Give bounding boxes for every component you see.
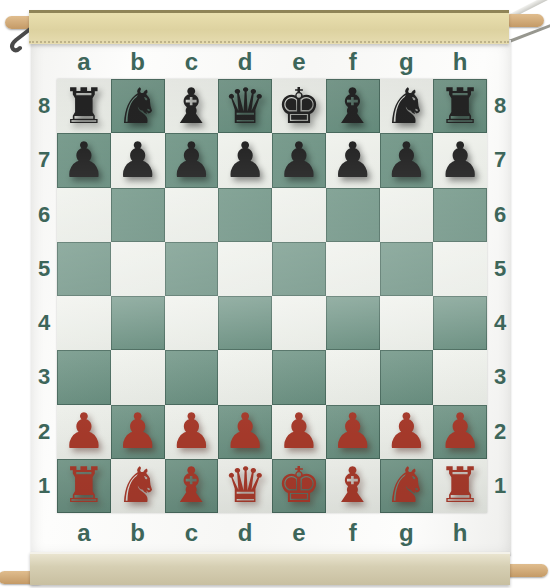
pawn-glyph: ♟ xyxy=(384,136,428,185)
square-c1[interactable]: ♝ xyxy=(165,459,219,513)
rank-label-3: 3 xyxy=(31,350,57,404)
rook-glyph: ♜ xyxy=(62,82,106,131)
rank-label-1: 1 xyxy=(487,459,513,513)
pawn-glyph: ♟ xyxy=(169,136,213,185)
file-label-d: d xyxy=(218,44,272,79)
square-d4[interactable] xyxy=(218,296,272,350)
black-bishop-f8[interactable]: ♝ xyxy=(326,79,380,133)
square-e3[interactable] xyxy=(272,350,326,404)
top-dowel-end-right xyxy=(504,14,544,27)
rank-labels-left: 87654321 xyxy=(31,79,57,513)
square-f1[interactable]: ♝ xyxy=(326,459,380,513)
square-e2[interactable]: ♟ xyxy=(272,405,326,459)
rank-label-3: 3 xyxy=(487,350,513,404)
top-rod-sleeve xyxy=(29,10,509,44)
rank-label-8: 8 xyxy=(487,79,513,133)
square-g5[interactable] xyxy=(380,242,434,296)
square-c7[interactable]: ♟ xyxy=(165,133,219,187)
square-b8[interactable]: ♞ xyxy=(111,79,165,133)
square-a3[interactable] xyxy=(57,350,111,404)
king-glyph: ♚ xyxy=(277,461,321,510)
red-pawn-c2[interactable]: ♟ xyxy=(165,405,219,459)
black-rook-h8[interactable]: ♜ xyxy=(433,79,487,133)
black-queen-d8[interactable]: ♛ xyxy=(218,79,272,133)
square-b4[interactable] xyxy=(111,296,165,350)
rank-label-5: 5 xyxy=(487,242,513,296)
red-pawn-b2[interactable]: ♟ xyxy=(111,405,165,459)
pawn-glyph: ♟ xyxy=(223,407,267,456)
square-c4[interactable] xyxy=(165,296,219,350)
king-glyph: ♚ xyxy=(277,82,321,131)
square-f2[interactable]: ♟ xyxy=(326,405,380,459)
file-label-h: h xyxy=(433,513,487,553)
red-pawn-e2[interactable]: ♟ xyxy=(272,405,326,459)
rank-label-7: 7 xyxy=(487,133,513,187)
rank-label-7: 7 xyxy=(31,133,57,187)
file-label-e: e xyxy=(272,513,326,553)
pawn-glyph: ♟ xyxy=(116,407,160,456)
rank-label-2: 2 xyxy=(31,405,57,459)
knight-glyph: ♞ xyxy=(116,461,160,510)
square-e4[interactable] xyxy=(272,296,326,350)
square-h1[interactable]: ♜ xyxy=(433,459,487,513)
rook-glyph: ♜ xyxy=(438,461,482,510)
knight-glyph: ♞ xyxy=(384,461,428,510)
square-b1[interactable]: ♞ xyxy=(111,459,165,513)
red-king-e1[interactable]: ♚ xyxy=(272,459,326,513)
square-f3[interactable] xyxy=(326,350,380,404)
square-f4[interactable] xyxy=(326,296,380,350)
black-pawn-b7[interactable]: ♟ xyxy=(111,133,165,187)
file-labels-top: abcdefgh xyxy=(57,44,487,79)
file-label-g: g xyxy=(380,44,434,79)
pawn-glyph: ♟ xyxy=(331,407,375,456)
rank-label-8: 8 xyxy=(31,79,57,133)
square-g4[interactable] xyxy=(380,296,434,350)
square-f7[interactable]: ♟ xyxy=(326,133,380,187)
pawn-glyph: ♟ xyxy=(384,407,428,456)
bishop-glyph: ♝ xyxy=(331,461,375,510)
pawn-glyph: ♟ xyxy=(277,136,321,185)
square-d8[interactable]: ♛ xyxy=(218,79,272,133)
red-bishop-f1[interactable]: ♝ xyxy=(326,459,380,513)
pawn-glyph: ♟ xyxy=(116,136,160,185)
square-h2[interactable]: ♟ xyxy=(433,405,487,459)
rank-label-4: 4 xyxy=(31,296,57,350)
rook-glyph: ♜ xyxy=(438,82,482,131)
red-pawn-a2[interactable]: ♟ xyxy=(57,405,111,459)
black-knight-b8[interactable]: ♞ xyxy=(111,79,165,133)
square-f5[interactable] xyxy=(326,242,380,296)
chess-board: ♜♞♝♛♚♝♞♜♟♟♟♟♟♟♟♟♟♟♟♟♟♟♟♟♜♞♝♛♚♝♞♜ xyxy=(57,79,487,513)
rank-label-6: 6 xyxy=(31,188,57,242)
red-knight-b1[interactable]: ♞ xyxy=(111,459,165,513)
square-f8[interactable]: ♝ xyxy=(326,79,380,133)
square-e1[interactable]: ♚ xyxy=(272,459,326,513)
black-pawn-g7[interactable]: ♟ xyxy=(380,133,434,187)
rank-label-2: 2 xyxy=(487,405,513,459)
pawn-glyph: ♟ xyxy=(438,407,482,456)
pawn-glyph: ♟ xyxy=(62,407,106,456)
square-g3[interactable] xyxy=(380,350,434,404)
black-pawn-e7[interactable]: ♟ xyxy=(272,133,326,187)
square-g7[interactable]: ♟ xyxy=(380,133,434,187)
square-b3[interactable] xyxy=(111,350,165,404)
black-king-e8[interactable]: ♚ xyxy=(272,79,326,133)
queen-glyph: ♛ xyxy=(223,82,267,131)
file-label-g: g xyxy=(380,513,434,553)
red-pawn-d2[interactable]: ♟ xyxy=(218,405,272,459)
square-h5[interactable] xyxy=(433,242,487,296)
black-knight-g8[interactable]: ♞ xyxy=(380,79,434,133)
red-pawn-f2[interactable]: ♟ xyxy=(326,405,380,459)
square-d7[interactable]: ♟ xyxy=(218,133,272,187)
square-a8[interactable]: ♜ xyxy=(57,79,111,133)
red-queen-d1[interactable]: ♛ xyxy=(218,459,272,513)
square-b6[interactable] xyxy=(111,188,165,242)
rook-glyph: ♜ xyxy=(62,461,106,510)
demo-chessboard-photo: abcdefgh 87654321 ♜♞♝♛♚♝♞♜♟♟♟♟♟♟♟♟♟♟♟♟♟♟… xyxy=(0,0,550,588)
file-label-h: h xyxy=(433,44,487,79)
black-pawn-c7[interactable]: ♟ xyxy=(165,133,219,187)
square-c8[interactable]: ♝ xyxy=(165,79,219,133)
square-b2[interactable]: ♟ xyxy=(111,405,165,459)
black-bishop-c8[interactable]: ♝ xyxy=(165,79,219,133)
square-a5[interactable] xyxy=(57,242,111,296)
square-e6[interactable] xyxy=(272,188,326,242)
rank-label-6: 6 xyxy=(487,188,513,242)
pawn-glyph: ♟ xyxy=(62,136,106,185)
square-h7[interactable]: ♟ xyxy=(433,133,487,187)
square-f6[interactable] xyxy=(326,188,380,242)
file-labels-bottom: abcdefgh xyxy=(57,513,487,553)
square-c3[interactable] xyxy=(165,350,219,404)
red-knight-g1[interactable]: ♞ xyxy=(380,459,434,513)
pawn-glyph: ♟ xyxy=(277,407,321,456)
square-g8[interactable]: ♞ xyxy=(380,79,434,133)
pawn-glyph: ♟ xyxy=(331,136,375,185)
file-label-b: b xyxy=(111,44,165,79)
queen-glyph: ♛ xyxy=(223,461,267,510)
black-rook-a8[interactable]: ♜ xyxy=(57,79,111,133)
square-d5[interactable] xyxy=(218,242,272,296)
square-g1[interactable]: ♞ xyxy=(380,459,434,513)
rank-label-1: 1 xyxy=(31,459,57,513)
file-label-f: f xyxy=(326,513,380,553)
bishop-glyph: ♝ xyxy=(331,82,375,131)
bishop-glyph: ♝ xyxy=(169,461,213,510)
square-a4[interactable] xyxy=(57,296,111,350)
square-g2[interactable]: ♟ xyxy=(380,405,434,459)
square-d3[interactable] xyxy=(218,350,272,404)
file-label-a: a xyxy=(57,513,111,553)
square-h3[interactable] xyxy=(433,350,487,404)
square-c6[interactable] xyxy=(165,188,219,242)
square-g6[interactable] xyxy=(380,188,434,242)
file-label-d: d xyxy=(218,513,272,553)
square-e7[interactable]: ♟ xyxy=(272,133,326,187)
square-c2[interactable]: ♟ xyxy=(165,405,219,459)
square-c5[interactable] xyxy=(165,242,219,296)
square-d1[interactable]: ♛ xyxy=(218,459,272,513)
knight-glyph: ♞ xyxy=(116,82,160,131)
file-label-b: b xyxy=(111,513,165,553)
square-h4[interactable] xyxy=(433,296,487,350)
pawn-glyph: ♟ xyxy=(438,136,482,185)
square-a1[interactable]: ♜ xyxy=(57,459,111,513)
rank-label-4: 4 xyxy=(487,296,513,350)
file-label-e: e xyxy=(272,44,326,79)
file-label-c: c xyxy=(165,513,219,553)
red-bishop-c1[interactable]: ♝ xyxy=(165,459,219,513)
black-pawn-d7[interactable]: ♟ xyxy=(218,133,272,187)
bottom-rod-sleeve xyxy=(30,552,510,585)
square-b5[interactable] xyxy=(111,242,165,296)
square-b7[interactable]: ♟ xyxy=(111,133,165,187)
square-a6[interactable] xyxy=(57,188,111,242)
knight-glyph: ♞ xyxy=(384,82,428,131)
black-pawn-f7[interactable]: ♟ xyxy=(326,133,380,187)
square-h8[interactable]: ♜ xyxy=(433,79,487,133)
black-pawn-a7[interactable]: ♟ xyxy=(57,133,111,187)
bishop-glyph: ♝ xyxy=(169,82,213,131)
red-rook-h1[interactable]: ♜ xyxy=(433,459,487,513)
file-label-c: c xyxy=(165,44,219,79)
red-rook-a1[interactable]: ♜ xyxy=(57,459,111,513)
square-h6[interactable] xyxy=(433,188,487,242)
red-pawn-h2[interactable]: ♟ xyxy=(433,405,487,459)
square-d6[interactable] xyxy=(218,188,272,242)
pawn-glyph: ♟ xyxy=(223,136,267,185)
rank-label-5: 5 xyxy=(31,242,57,296)
rank-labels-right: 87654321 xyxy=(487,79,513,513)
square-d2[interactable]: ♟ xyxy=(218,405,272,459)
square-e8[interactable]: ♚ xyxy=(272,79,326,133)
file-label-a: a xyxy=(57,44,111,79)
square-a7[interactable]: ♟ xyxy=(57,133,111,187)
file-label-f: f xyxy=(326,44,380,79)
black-pawn-h7[interactable]: ♟ xyxy=(433,133,487,187)
pawn-glyph: ♟ xyxy=(169,407,213,456)
square-e5[interactable] xyxy=(272,242,326,296)
square-a2[interactable]: ♟ xyxy=(57,405,111,459)
red-pawn-g2[interactable]: ♟ xyxy=(380,405,434,459)
